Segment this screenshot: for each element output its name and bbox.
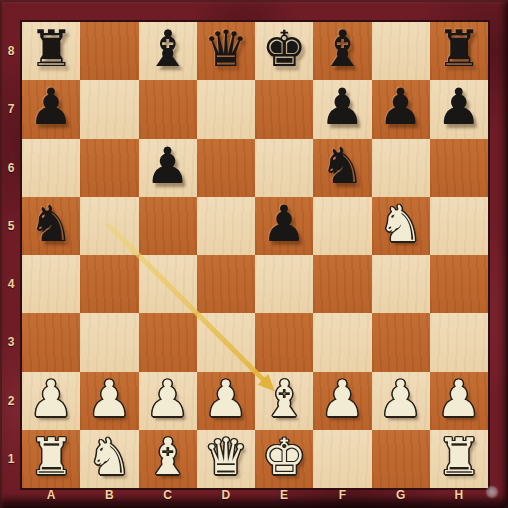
- square-d5[interactable]: [197, 197, 255, 255]
- rank-label-8: 8: [0, 22, 22, 80]
- file-label-e: E: [255, 487, 313, 503]
- square-a2[interactable]: ♟: [22, 372, 80, 430]
- square-d2[interactable]: ♟: [197, 372, 255, 430]
- square-a1[interactable]: ♜: [22, 430, 80, 488]
- square-b8[interactable]: [80, 22, 138, 80]
- square-d8[interactable]: ♛: [197, 22, 255, 80]
- piece-white-pawn-g2[interactable]: ♟: [378, 370, 423, 428]
- piece-black-king-e8[interactable]: ♚: [262, 20, 307, 78]
- square-d3[interactable]: [197, 313, 255, 371]
- square-f3[interactable]: [313, 313, 371, 371]
- square-e5[interactable]: ♟: [255, 197, 313, 255]
- file-label-h: H: [430, 487, 488, 503]
- square-h4[interactable]: [430, 255, 488, 313]
- piece-black-bishop-c8[interactable]: ♝: [145, 20, 190, 78]
- square-c2[interactable]: ♟: [139, 372, 197, 430]
- square-b7[interactable]: [80, 80, 138, 138]
- board-frame: ♜♝♛♚♝♜♟♟♟♟♟♞♞♟♞♟♟♟♟♝♟♟♟♜♞♝♛♚♜ 87654321 A…: [0, 0, 508, 508]
- rank-label-2: 2: [0, 372, 22, 430]
- file-label-a: A: [22, 487, 80, 503]
- square-b5[interactable]: [80, 197, 138, 255]
- rank-label-1: 1: [0, 430, 22, 488]
- rank-label-6: 6: [0, 139, 22, 197]
- square-h6[interactable]: [430, 139, 488, 197]
- square-c6[interactable]: ♟: [139, 139, 197, 197]
- chess-board: ♜♝♛♚♝♜♟♟♟♟♟♞♞♟♞♟♟♟♟♝♟♟♟♜♞♝♛♚♜: [22, 22, 488, 488]
- piece-black-pawn-c6[interactable]: ♟: [145, 137, 190, 195]
- piece-black-pawn-a7[interactable]: ♟: [29, 78, 74, 136]
- piece-white-king-e1[interactable]: ♚: [262, 428, 307, 486]
- square-h8[interactable]: ♜: [430, 22, 488, 80]
- square-a5[interactable]: ♞: [22, 197, 80, 255]
- square-e7[interactable]: [255, 80, 313, 138]
- square-g6[interactable]: [372, 139, 430, 197]
- square-g4[interactable]: [372, 255, 430, 313]
- piece-black-pawn-g7[interactable]: ♟: [378, 78, 423, 136]
- square-d6[interactable]: [197, 139, 255, 197]
- piece-black-rook-h8[interactable]: ♜: [436, 20, 481, 78]
- square-a8[interactable]: ♜: [22, 22, 80, 80]
- piece-white-knight-b1[interactable]: ♞: [87, 428, 132, 486]
- square-g2[interactable]: ♟: [372, 372, 430, 430]
- square-a3[interactable]: [22, 313, 80, 371]
- square-h5[interactable]: [430, 197, 488, 255]
- square-b6[interactable]: [80, 139, 138, 197]
- piece-white-pawn-c2[interactable]: ♟: [145, 370, 190, 428]
- square-b2[interactable]: ♟: [80, 372, 138, 430]
- square-f8[interactable]: ♝: [313, 22, 371, 80]
- piece-black-rook-a8[interactable]: ♜: [29, 20, 74, 78]
- square-g5[interactable]: ♞: [372, 197, 430, 255]
- piece-white-rook-h1[interactable]: ♜: [436, 428, 481, 486]
- piece-black-knight-a5[interactable]: ♞: [29, 195, 74, 253]
- square-b3[interactable]: [80, 313, 138, 371]
- piece-white-queen-d1[interactable]: ♛: [203, 428, 248, 486]
- square-f4[interactable]: [313, 255, 371, 313]
- piece-white-pawn-d2[interactable]: ♟: [203, 370, 248, 428]
- square-c1[interactable]: ♝: [139, 430, 197, 488]
- square-c3[interactable]: [139, 313, 197, 371]
- square-c7[interactable]: [139, 80, 197, 138]
- square-h7[interactable]: ♟: [430, 80, 488, 138]
- piece-black-pawn-e5[interactable]: ♟: [262, 195, 307, 253]
- piece-black-bishop-f8[interactable]: ♝: [320, 20, 365, 78]
- square-f5[interactable]: [313, 197, 371, 255]
- rank-label-7: 7: [0, 80, 22, 138]
- corner-dot: [485, 485, 499, 499]
- square-f6[interactable]: ♞: [313, 139, 371, 197]
- piece-white-rook-a1[interactable]: ♜: [29, 428, 74, 486]
- square-f7[interactable]: ♟: [313, 80, 371, 138]
- piece-white-pawn-b2[interactable]: ♟: [87, 370, 132, 428]
- piece-black-knight-f6[interactable]: ♞: [320, 137, 365, 195]
- piece-black-pawn-f7[interactable]: ♟: [320, 78, 365, 136]
- square-f1[interactable]: [313, 430, 371, 488]
- square-f2[interactable]: ♟: [313, 372, 371, 430]
- rank-label-4: 4: [0, 255, 22, 313]
- square-c5[interactable]: [139, 197, 197, 255]
- square-a4[interactable]: [22, 255, 80, 313]
- piece-white-pawn-a2[interactable]: ♟: [29, 370, 74, 428]
- square-g3[interactable]: [372, 313, 430, 371]
- square-e2[interactable]: ♝: [255, 372, 313, 430]
- file-label-b: B: [80, 487, 138, 503]
- piece-black-queen-d8[interactable]: ♛: [203, 20, 248, 78]
- square-g1[interactable]: [372, 430, 430, 488]
- square-e8[interactable]: ♚: [255, 22, 313, 80]
- square-a7[interactable]: ♟: [22, 80, 80, 138]
- file-label-d: D: [197, 487, 255, 503]
- square-g7[interactable]: ♟: [372, 80, 430, 138]
- square-e3[interactable]: [255, 313, 313, 371]
- square-b1[interactable]: ♞: [80, 430, 138, 488]
- square-d4[interactable]: [197, 255, 255, 313]
- square-h1[interactable]: ♜: [430, 430, 488, 488]
- rank-label-3: 3: [0, 313, 22, 371]
- square-d1[interactable]: ♛: [197, 430, 255, 488]
- square-e1[interactable]: ♚: [255, 430, 313, 488]
- piece-white-bishop-c1[interactable]: ♝: [145, 428, 190, 486]
- file-label-g: G: [372, 487, 430, 503]
- square-a6[interactable]: [22, 139, 80, 197]
- file-label-f: F: [313, 487, 371, 503]
- piece-black-pawn-h7[interactable]: ♟: [436, 78, 481, 136]
- piece-white-knight-g5[interactable]: ♞: [378, 195, 423, 253]
- square-b4[interactable]: [80, 255, 138, 313]
- square-e4[interactable]: [255, 255, 313, 313]
- square-c8[interactable]: ♝: [139, 22, 197, 80]
- square-g8[interactable]: [372, 22, 430, 80]
- square-h2[interactable]: ♟: [430, 372, 488, 430]
- piece-white-pawn-h2[interactable]: ♟: [436, 370, 481, 428]
- square-c4[interactable]: [139, 255, 197, 313]
- square-d7[interactable]: [197, 80, 255, 138]
- piece-white-bishop-e2[interactable]: ♝: [262, 370, 307, 428]
- rank-label-5: 5: [0, 197, 22, 255]
- piece-white-pawn-f2[interactable]: ♟: [320, 370, 365, 428]
- file-label-c: C: [139, 487, 197, 503]
- square-e6[interactable]: [255, 139, 313, 197]
- square-h3[interactable]: [430, 313, 488, 371]
